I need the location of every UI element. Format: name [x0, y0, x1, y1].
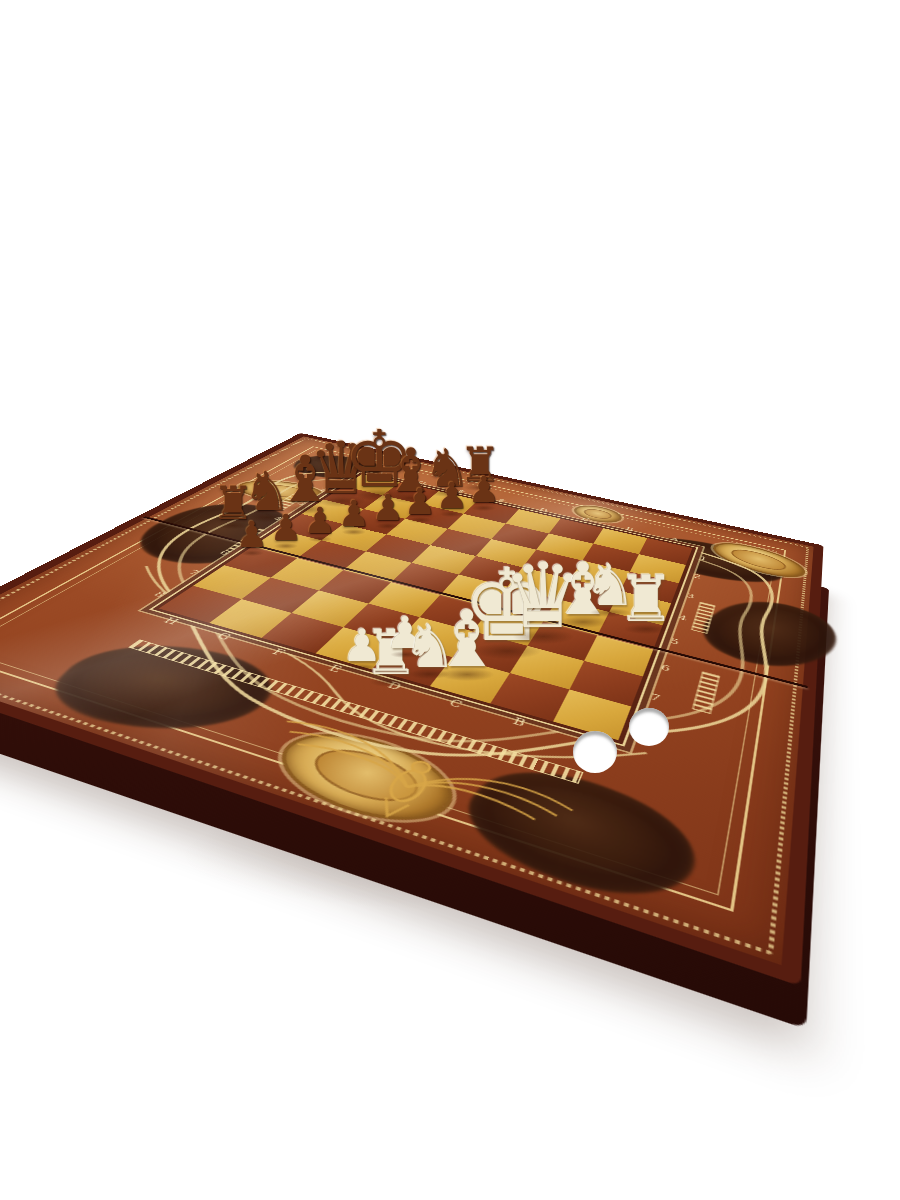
pieces-layer: ♜♞♝♛♚♝♞♜♟♟♟♟♟♟♟♟♟♜♟♞♝♚♛♝♞♜: [0, 0, 900, 1200]
dark-pawn: ♟: [270, 510, 302, 546]
latch-notch: [629, 708, 669, 746]
white-rook: ♜: [617, 567, 674, 631]
dark-pawn: ♟: [372, 490, 404, 526]
dark-pawn: ♟: [404, 484, 436, 520]
dark-pawn: ♟: [304, 503, 336, 539]
dark-pawn: ♟: [236, 517, 268, 553]
dark-pawn: ♟: [468, 472, 500, 508]
dark-pawn: ♟: [338, 496, 370, 532]
latch-notch: [573, 731, 617, 773]
product-photo: HGFEDCBA 12345678 12345678 HGFEDCBA ♜♞♝♛…: [0, 0, 900, 1200]
dark-pawn: ♟: [436, 478, 468, 514]
